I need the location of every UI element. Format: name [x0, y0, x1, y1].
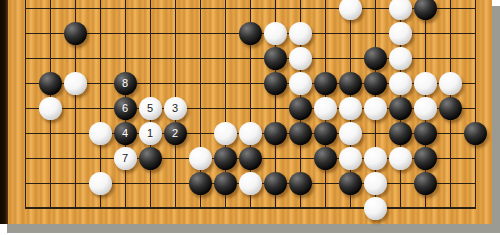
intersection[interactable] [288, 0, 313, 21]
intersection[interactable] [363, 171, 388, 196]
intersection[interactable] [13, 171, 38, 196]
intersection[interactable] [263, 46, 288, 71]
intersection[interactable]: 1 [138, 121, 163, 146]
intersection[interactable] [163, 171, 188, 196]
stone-white [389, 72, 412, 95]
stone-white [64, 72, 87, 95]
intersection[interactable] [63, 21, 88, 46]
stone-black [414, 0, 437, 20]
intersection[interactable] [263, 146, 288, 171]
intersection[interactable] [313, 96, 338, 121]
stone-black: 2 [164, 122, 187, 145]
intersection[interactable] [63, 0, 88, 21]
intersection[interactable] [388, 171, 413, 196]
stone-white [339, 122, 362, 145]
intersection[interactable] [463, 196, 488, 221]
intersection[interactable] [338, 96, 363, 121]
intersection[interactable] [388, 0, 413, 21]
intersection[interactable]: 5 [138, 96, 163, 121]
intersection[interactable] [213, 71, 238, 96]
intersection[interactable] [138, 171, 163, 196]
stone-black [289, 172, 312, 195]
intersection[interactable] [363, 96, 388, 121]
intersection[interactable] [213, 96, 238, 121]
intersection[interactable] [163, 46, 188, 71]
intersection[interactable] [13, 196, 38, 221]
intersection[interactable] [313, 46, 338, 71]
intersection[interactable] [38, 146, 63, 171]
stone-black [214, 147, 237, 170]
stone-black [214, 172, 237, 195]
stone-black [239, 22, 262, 45]
intersection[interactable] [238, 121, 263, 146]
stone-black [289, 97, 312, 120]
stone-white [364, 147, 387, 170]
intersection[interactable] [463, 171, 488, 196]
intersection[interactable] [63, 121, 88, 146]
intersection[interactable] [188, 121, 213, 146]
intersection[interactable] [438, 46, 463, 71]
intersection[interactable] [363, 46, 388, 71]
intersection[interactable] [363, 146, 388, 171]
intersection[interactable] [238, 21, 263, 46]
intersection[interactable] [413, 71, 438, 96]
intersection[interactable] [288, 21, 313, 46]
move-number: 6 [114, 97, 137, 120]
intersection[interactable] [88, 0, 113, 21]
go-board: 86534127 [0, 0, 500, 235]
intersection[interactable] [413, 46, 438, 71]
intersection[interactable] [13, 96, 38, 121]
stone-black [264, 72, 287, 95]
intersection[interactable] [188, 0, 213, 21]
intersection[interactable] [413, 21, 438, 46]
intersection[interactable] [163, 146, 188, 171]
stone-white [214, 122, 237, 145]
intersection[interactable] [13, 21, 38, 46]
stone-black [264, 47, 287, 70]
stone-white: 5 [139, 97, 162, 120]
intersection[interactable] [188, 21, 213, 46]
intersection[interactable] [13, 71, 38, 96]
intersection[interactable] [163, 71, 188, 96]
intersection[interactable] [38, 71, 63, 96]
stone-black [314, 72, 337, 95]
stone-white [39, 97, 62, 120]
intersection[interactable] [38, 171, 63, 196]
intersection[interactable] [338, 71, 363, 96]
intersection[interactable] [288, 121, 313, 146]
intersection[interactable] [263, 21, 288, 46]
intersection[interactable] [88, 46, 113, 71]
intersection[interactable] [438, 146, 463, 171]
move-number: 4 [114, 122, 137, 145]
intersection[interactable] [388, 121, 413, 146]
intersection[interactable] [388, 71, 413, 96]
intersection[interactable] [388, 146, 413, 171]
stone-black [414, 147, 437, 170]
intersection[interactable] [438, 0, 463, 21]
intersection[interactable] [163, 21, 188, 46]
intersection[interactable] [238, 0, 263, 21]
stone-white [339, 97, 362, 120]
board-shadow-bottom [7, 224, 500, 233]
intersection[interactable] [263, 171, 288, 196]
intersection[interactable] [38, 96, 63, 121]
stone-black [389, 97, 412, 120]
intersection[interactable] [338, 121, 363, 146]
intersection[interactable] [88, 96, 113, 121]
stone-white [289, 22, 312, 45]
intersection[interactable] [188, 71, 213, 96]
intersection[interactable] [113, 0, 138, 21]
stone-black [314, 122, 337, 145]
intersection[interactable]: 7 [113, 146, 138, 171]
intersection[interactable] [463, 46, 488, 71]
stone-white [364, 97, 387, 120]
intersection[interactable] [263, 71, 288, 96]
intersection[interactable] [288, 71, 313, 96]
stone-white [389, 47, 412, 70]
intersection[interactable] [388, 46, 413, 71]
stone-black [264, 172, 287, 195]
stone-white [289, 47, 312, 70]
intersection[interactable] [338, 171, 363, 196]
intersection[interactable] [238, 71, 263, 96]
intersection[interactable] [238, 196, 263, 221]
stone-black [364, 72, 387, 95]
intersection[interactable] [138, 196, 163, 221]
intersection[interactable] [288, 146, 313, 171]
intersection[interactable] [313, 146, 338, 171]
stone-black [289, 122, 312, 145]
intersection[interactable] [463, 121, 488, 146]
intersection[interactable] [238, 96, 263, 121]
intersection[interactable] [213, 0, 238, 21]
stone-white [364, 197, 387, 220]
intersection[interactable] [113, 21, 138, 46]
goban-grid: 86534127 [13, 0, 488, 221]
intersection[interactable] [163, 196, 188, 221]
intersection[interactable] [413, 0, 438, 21]
intersection[interactable] [13, 146, 38, 171]
intersection[interactable] [438, 171, 463, 196]
intersection[interactable] [88, 196, 113, 221]
intersection[interactable] [213, 146, 238, 171]
intersection[interactable] [363, 0, 388, 21]
move-number: 8 [114, 72, 137, 95]
intersection[interactable] [188, 146, 213, 171]
stone-black [314, 147, 337, 170]
intersection[interactable] [63, 196, 88, 221]
intersection[interactable] [38, 21, 63, 46]
stone-white [239, 172, 262, 195]
intersection[interactable] [463, 96, 488, 121]
intersection[interactable] [188, 96, 213, 121]
intersection[interactable] [13, 0, 38, 21]
stone-black [339, 172, 362, 195]
move-number: 2 [164, 122, 187, 145]
intersection[interactable] [213, 171, 238, 196]
stone-black [439, 97, 462, 120]
intersection[interactable] [213, 21, 238, 46]
intersection[interactable] [463, 71, 488, 96]
intersection[interactable] [288, 196, 313, 221]
intersection[interactable] [113, 196, 138, 221]
intersection[interactable] [88, 146, 113, 171]
stone-black [414, 172, 437, 195]
move-number: 1 [139, 122, 162, 145]
intersection[interactable] [338, 146, 363, 171]
intersection[interactable] [363, 121, 388, 146]
intersection[interactable] [413, 96, 438, 121]
intersection[interactable] [438, 121, 463, 146]
stone-white [389, 0, 412, 20]
intersection[interactable] [388, 196, 413, 221]
stone-white [339, 0, 362, 20]
intersection[interactable] [63, 46, 88, 71]
stone-white [89, 172, 112, 195]
intersection[interactable]: 4 [113, 121, 138, 146]
stone-black [64, 22, 87, 45]
intersection[interactable] [263, 0, 288, 21]
intersection[interactable] [88, 171, 113, 196]
intersection[interactable] [313, 0, 338, 21]
intersection[interactable] [463, 146, 488, 171]
intersection[interactable] [38, 196, 63, 221]
intersection[interactable] [213, 196, 238, 221]
intersection[interactable] [213, 46, 238, 71]
intersection[interactable] [138, 46, 163, 71]
stone-black [464, 122, 487, 145]
intersection[interactable] [463, 0, 488, 21]
intersection[interactable] [363, 21, 388, 46]
intersection[interactable] [38, 121, 63, 146]
move-number: 7 [114, 147, 137, 170]
intersection[interactable] [88, 21, 113, 46]
stone-black: 6 [114, 97, 137, 120]
intersection[interactable] [463, 21, 488, 46]
stone-white [264, 22, 287, 45]
intersection[interactable] [38, 0, 63, 21]
stone-black: 4 [114, 122, 137, 145]
intersection[interactable] [438, 196, 463, 221]
intersection[interactable] [188, 46, 213, 71]
stone-black [239, 147, 262, 170]
stone-white [414, 72, 437, 95]
intersection[interactable] [313, 171, 338, 196]
stone-black [414, 122, 437, 145]
intersection[interactable] [438, 71, 463, 96]
intersection[interactable] [288, 46, 313, 71]
intersection[interactable] [63, 171, 88, 196]
board-shadow-right [492, 6, 500, 224]
stone-white [189, 147, 212, 170]
intersection[interactable] [138, 21, 163, 46]
intersection[interactable] [238, 46, 263, 71]
stone-white: 1 [139, 122, 162, 145]
stone-black [39, 72, 62, 95]
intersection[interactable] [63, 71, 88, 96]
intersection[interactable] [313, 21, 338, 46]
stone-white [389, 147, 412, 170]
intersection[interactable] [138, 71, 163, 96]
intersection[interactable] [288, 96, 313, 121]
intersection[interactable] [363, 196, 388, 221]
intersection[interactable]: 2 [163, 121, 188, 146]
intersection[interactable] [13, 121, 38, 146]
stone-black [389, 122, 412, 145]
intersection[interactable] [338, 0, 363, 21]
intersection[interactable] [438, 21, 463, 46]
intersection[interactable] [238, 146, 263, 171]
intersection[interactable] [388, 21, 413, 46]
stone-white [414, 97, 437, 120]
intersection[interactable] [363, 71, 388, 96]
stone-white [314, 97, 337, 120]
intersection[interactable] [138, 0, 163, 21]
stone-black: 8 [114, 72, 137, 95]
intersection[interactable] [63, 96, 88, 121]
intersection[interactable] [38, 46, 63, 71]
intersection[interactable] [338, 46, 363, 71]
intersection[interactable] [288, 171, 313, 196]
stone-white: 3 [164, 97, 187, 120]
stone-white: 7 [114, 147, 137, 170]
intersection[interactable]: 8 [113, 71, 138, 96]
intersection[interactable] [413, 146, 438, 171]
intersection[interactable] [263, 96, 288, 121]
stone-white [89, 122, 112, 145]
intersection[interactable] [263, 121, 288, 146]
intersection[interactable] [213, 121, 238, 146]
intersection[interactable] [388, 96, 413, 121]
stone-black [339, 72, 362, 95]
intersection[interactable] [413, 121, 438, 146]
intersection[interactable] [313, 71, 338, 96]
intersection[interactable] [238, 171, 263, 196]
intersection[interactable] [13, 46, 38, 71]
intersection[interactable] [313, 121, 338, 146]
intersection[interactable] [138, 146, 163, 171]
intersection[interactable] [113, 171, 138, 196]
intersection[interactable] [163, 0, 188, 21]
intersection[interactable]: 3 [163, 96, 188, 121]
intersection[interactable] [188, 171, 213, 196]
intersection[interactable] [88, 71, 113, 96]
stone-white [364, 172, 387, 195]
intersection[interactable] [63, 146, 88, 171]
intersection[interactable] [338, 21, 363, 46]
move-number: 5 [139, 97, 162, 120]
intersection[interactable] [263, 196, 288, 221]
intersection[interactable] [113, 46, 138, 71]
intersection[interactable] [88, 121, 113, 146]
stone-white [289, 72, 312, 95]
intersection[interactable] [188, 196, 213, 221]
stone-black [139, 147, 162, 170]
move-number: 3 [164, 97, 187, 120]
go-app-page: 86534127 [0, 0, 500, 235]
stone-black [264, 122, 287, 145]
intersection[interactable] [413, 171, 438, 196]
board-left-edge [0, 0, 8, 224]
intersection[interactable] [438, 96, 463, 121]
stone-white [439, 72, 462, 95]
intersection[interactable] [338, 196, 363, 221]
intersection[interactable] [313, 196, 338, 221]
stone-white [339, 147, 362, 170]
stone-black [364, 47, 387, 70]
intersection[interactable]: 6 [113, 96, 138, 121]
stone-white [239, 122, 262, 145]
intersection[interactable] [413, 196, 438, 221]
stone-white [389, 22, 412, 45]
stone-black [189, 172, 212, 195]
